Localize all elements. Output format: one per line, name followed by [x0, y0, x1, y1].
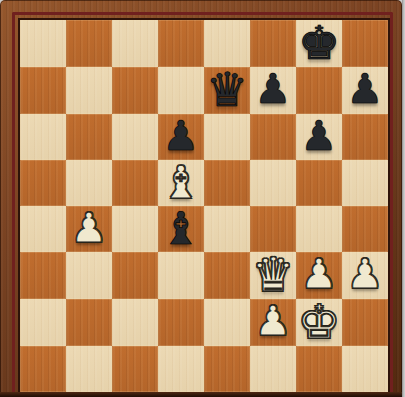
- page-background: ♚♛♟♟♟♟♝♟♝♛♟♟♟♚: [0, 0, 405, 397]
- square-h2: [342, 299, 388, 346]
- square-c6: [112, 114, 158, 160]
- square-a7: [20, 67, 66, 114]
- square-d3: [158, 252, 204, 299]
- square-g8: ♚: [296, 20, 342, 67]
- square-d8: [158, 20, 204, 67]
- white-queen: ♛: [252, 251, 294, 298]
- square-b2: [66, 299, 112, 346]
- square-b3: [66, 252, 112, 299]
- white-pawn: ♟: [255, 301, 292, 342]
- square-c3: [112, 252, 158, 299]
- white-bishop: ♝: [161, 160, 201, 205]
- square-c7: [112, 67, 158, 114]
- square-c5: [112, 160, 158, 206]
- square-h8: [342, 20, 388, 67]
- white-pawn: ♟: [71, 208, 108, 249]
- square-h7: ♟: [342, 67, 388, 114]
- square-a3: [20, 252, 66, 299]
- square-a5: [20, 160, 66, 206]
- black-pawn: ♟: [347, 69, 384, 110]
- square-d7: [158, 67, 204, 114]
- square-c1: [112, 346, 158, 392]
- square-e5: [204, 160, 250, 206]
- square-c2: [112, 299, 158, 346]
- square-f8: [250, 20, 296, 67]
- square-a4: [20, 206, 66, 252]
- square-e3: [204, 252, 250, 299]
- square-c4: [112, 206, 158, 252]
- square-f3: ♛: [250, 252, 296, 299]
- square-b8: [66, 20, 112, 67]
- square-e6: [204, 114, 250, 160]
- square-d4: ♝: [158, 206, 204, 252]
- square-h3: ♟: [342, 252, 388, 299]
- square-e8: [204, 20, 250, 67]
- square-b5: [66, 160, 112, 206]
- chess-board: ♚♛♟♟♟♟♝♟♝♛♟♟♟♚: [20, 20, 388, 392]
- square-g7: [296, 67, 342, 114]
- square-a2: [20, 299, 66, 346]
- square-f4: [250, 206, 296, 252]
- square-d6: ♟: [158, 114, 204, 160]
- white-pawn: ♟: [347, 254, 384, 295]
- square-f2: ♟: [250, 299, 296, 346]
- square-e4: [204, 206, 250, 252]
- square-g3: ♟: [296, 252, 342, 299]
- square-f5: [250, 160, 296, 206]
- white-pawn: ♟: [301, 254, 338, 295]
- square-b4: ♟: [66, 206, 112, 252]
- square-h5: [342, 160, 388, 206]
- square-g1: [296, 346, 342, 392]
- chess-board-frame: ♚♛♟♟♟♟♝♟♝♛♟♟♟♚: [0, 0, 402, 397]
- square-f6: [250, 114, 296, 160]
- black-pawn: ♟: [163, 116, 200, 157]
- square-h1: [342, 346, 388, 392]
- square-b7: [66, 67, 112, 114]
- square-d2: [158, 299, 204, 346]
- square-c8: [112, 20, 158, 67]
- square-a8: [20, 20, 66, 67]
- square-h6: [342, 114, 388, 160]
- square-b1: [66, 346, 112, 392]
- square-f1: [250, 346, 296, 392]
- black-king: ♚: [298, 19, 340, 66]
- square-g5: [296, 160, 342, 206]
- square-g4: [296, 206, 342, 252]
- square-h4: [342, 206, 388, 252]
- square-d1: [158, 346, 204, 392]
- black-bishop: ♝: [161, 206, 201, 251]
- white-king: ♚: [298, 298, 340, 345]
- frame-bottom-edge: [0, 392, 402, 397]
- square-g2: ♚: [296, 299, 342, 346]
- square-b6: [66, 114, 112, 160]
- square-d5: ♝: [158, 160, 204, 206]
- square-g6: ♟: [296, 114, 342, 160]
- square-e1: [204, 346, 250, 392]
- black-pawn: ♟: [301, 116, 338, 157]
- square-f7: ♟: [250, 67, 296, 114]
- square-a1: [20, 346, 66, 392]
- black-pawn: ♟: [255, 69, 292, 110]
- square-a6: [20, 114, 66, 160]
- square-e7: ♛: [204, 67, 250, 114]
- square-e2: [204, 299, 250, 346]
- black-queen: ♛: [206, 66, 248, 113]
